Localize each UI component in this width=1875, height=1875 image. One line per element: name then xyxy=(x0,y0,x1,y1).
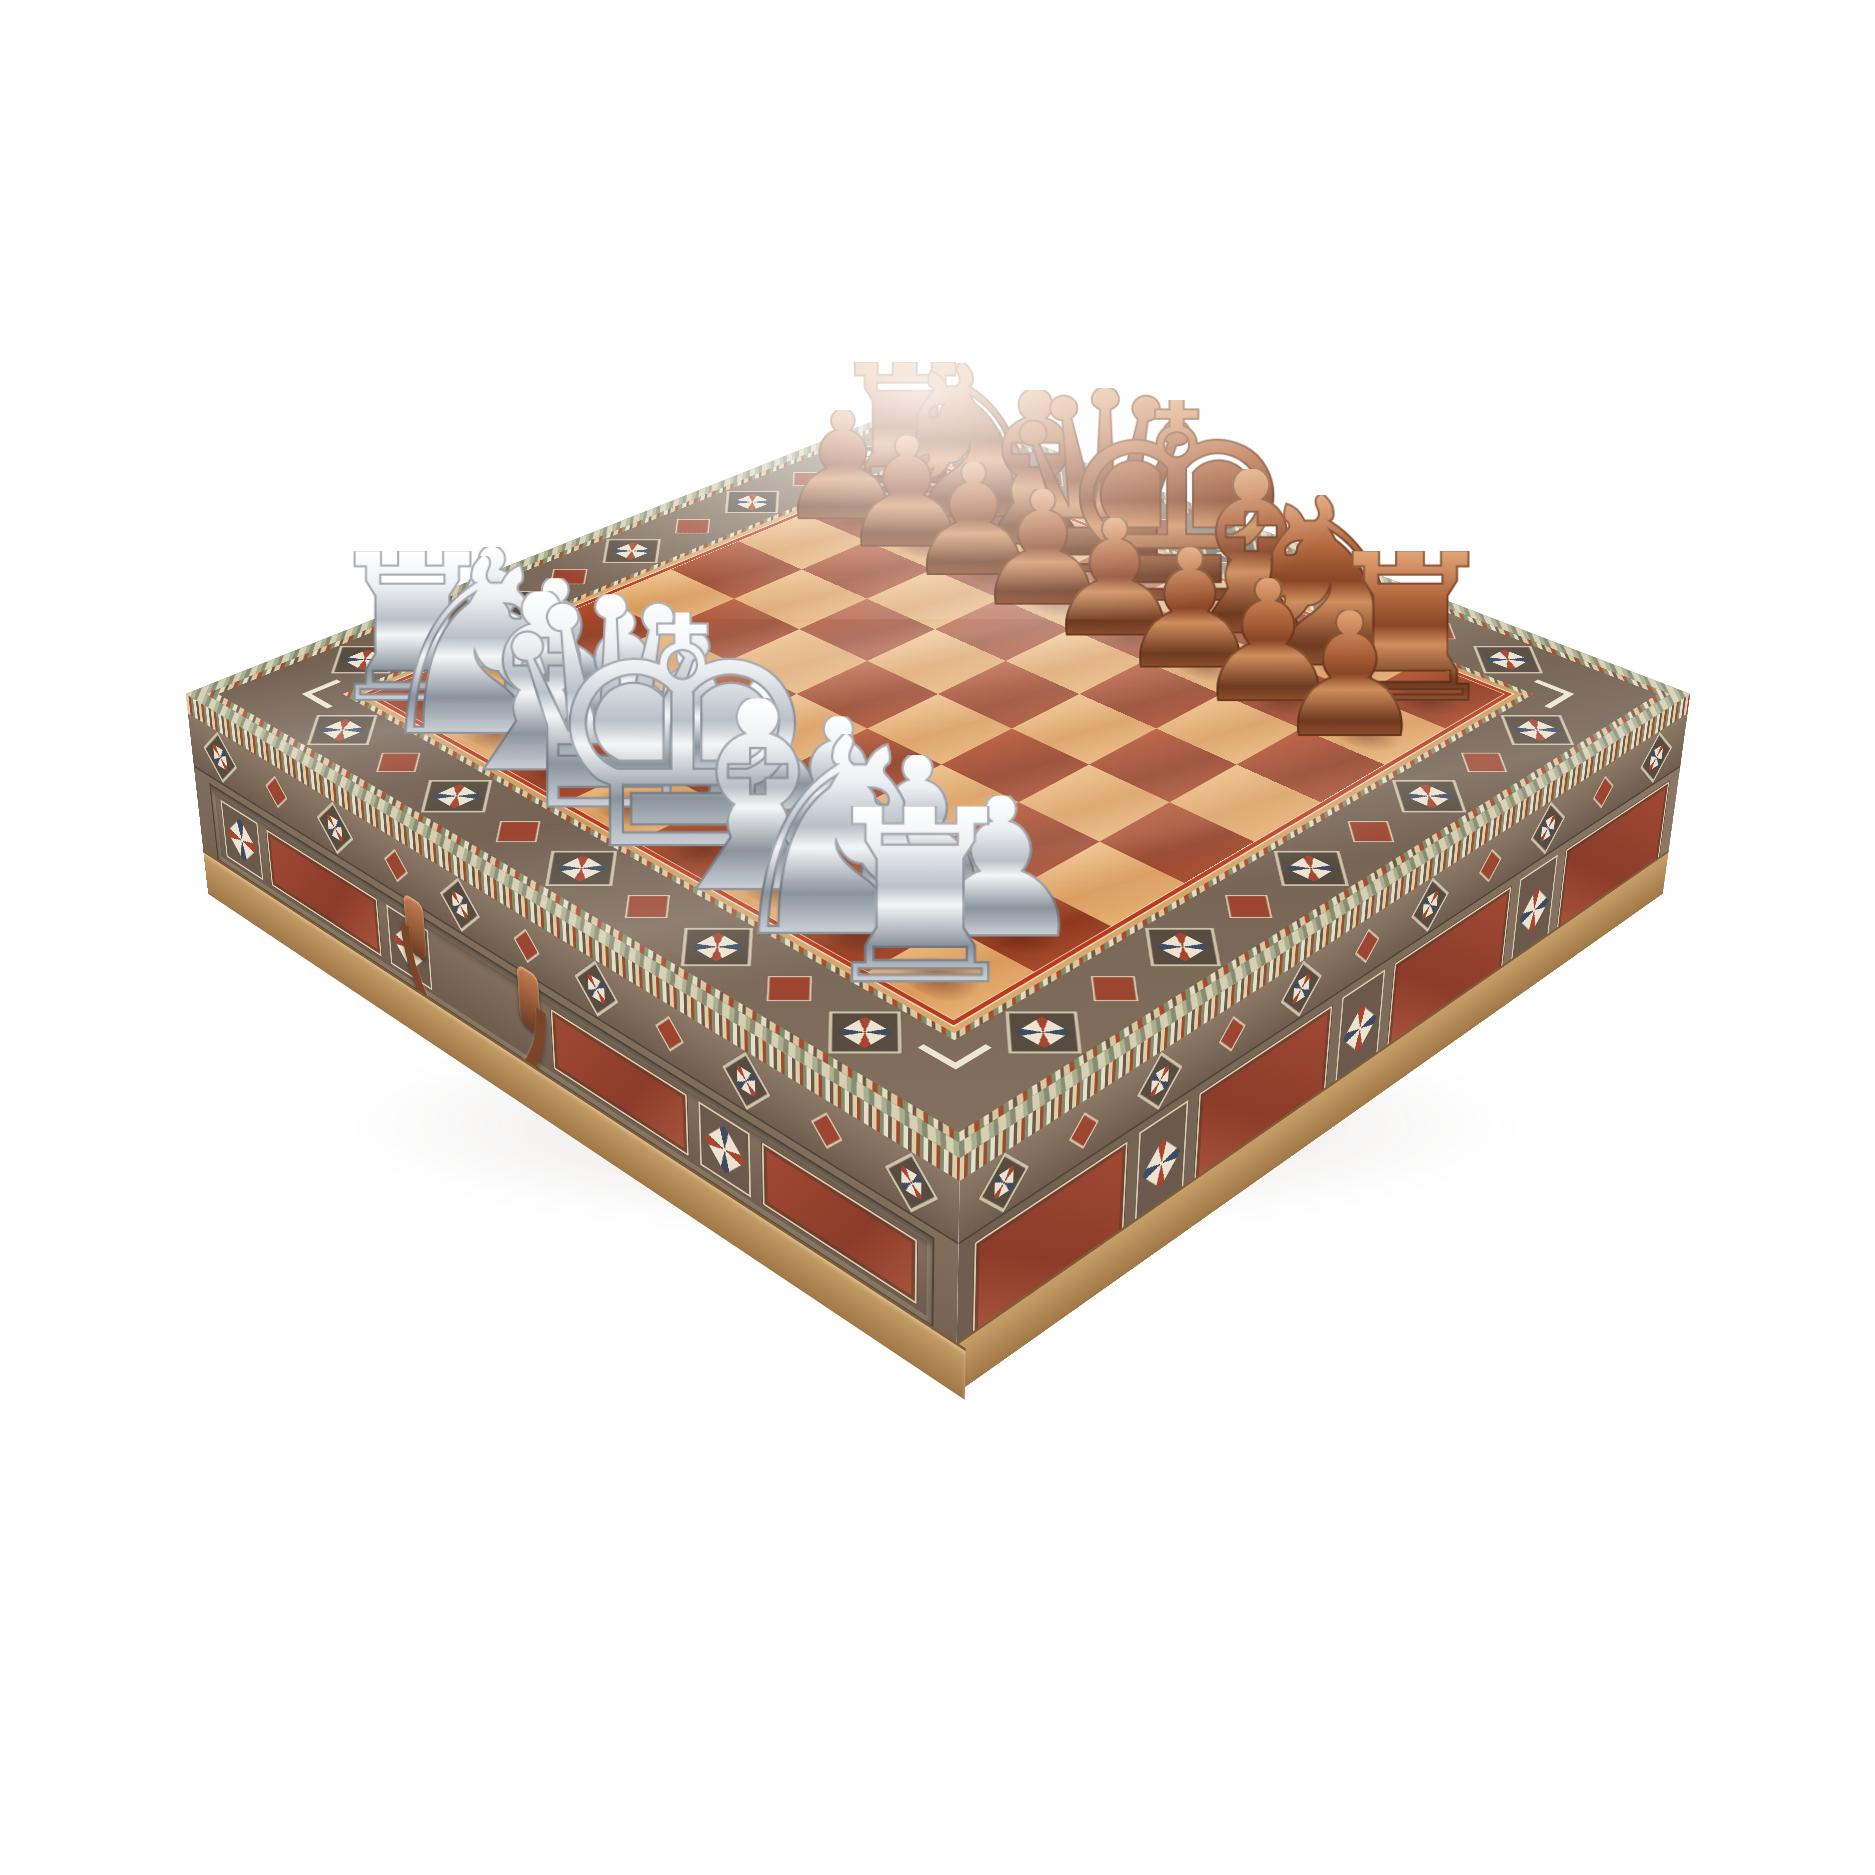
eight-point-star-icon xyxy=(736,1064,754,1097)
piece-white-rook-h1: ♜ xyxy=(811,805,1028,989)
red-diamond-inlay xyxy=(1354,928,1379,963)
red-diamond-inlay xyxy=(1068,1112,1098,1149)
eight-point-star-icon xyxy=(845,448,884,464)
piece-black-pawn-h7: ♟ xyxy=(1272,610,1427,742)
eight-point-star-icon xyxy=(1649,744,1663,771)
eight-point-star-icon xyxy=(212,744,227,771)
star-medallion-inlay xyxy=(724,491,779,513)
box-top: ♜♞♝♛♚♝♞♜♟♟♟♟♟♟♟♟♟♟♟♟♟♟♟♟♜♞♝♛♚♝♞♜ xyxy=(185,400,1690,1157)
eight-point-star-icon xyxy=(901,1165,921,1200)
eight-point-star-icon xyxy=(587,973,604,1004)
red-diamond-inlay xyxy=(1218,1016,1245,1052)
eight-point-star-icon xyxy=(227,818,256,862)
red-diamond-inlay xyxy=(1148,519,1185,534)
red-diamond-inlay xyxy=(265,775,287,808)
eight-point-star-icon xyxy=(1540,814,1555,842)
product-photo-chess-box: ♜♞♝♛♚♝♞♜♟♟♟♟♟♟♟♟♟♟♟♟♟♟♟♟♜♞♝♛♚♝♞♜ xyxy=(0,0,1875,1875)
star-medallion-inlay xyxy=(203,731,237,783)
eight-point-star-icon xyxy=(327,814,342,842)
red-diamond-inlay xyxy=(1592,775,1613,808)
red-diamond-inlay xyxy=(792,472,825,486)
red-diamond-inlay xyxy=(810,1112,842,1149)
eight-point-star-icon xyxy=(732,494,772,511)
red-diamond-inlay xyxy=(675,519,711,534)
scene-3d: ♜♞♝♛♚♝♞♜♟♟♟♟♟♟♟♟♟♟♟♟♟♟♟♟♜♞♝♛♚♝♞♜ xyxy=(0,0,1875,1875)
eight-point-star-icon xyxy=(1342,1005,1376,1052)
red-diamond-inlay xyxy=(384,849,408,883)
red-diamond-inlay xyxy=(655,1016,684,1052)
eight-point-star-icon xyxy=(1141,1139,1180,1188)
eight-point-star-icon xyxy=(1519,888,1549,933)
star-medallion-inlay xyxy=(962,446,1015,467)
red-diamond-inlay xyxy=(1029,472,1064,486)
eight-point-star-icon xyxy=(1150,1064,1168,1097)
eight-point-star-icon xyxy=(1422,890,1438,920)
eight-point-star-icon xyxy=(1292,973,1309,1004)
red-diamond-inlay xyxy=(513,928,539,963)
eight-point-star-icon xyxy=(994,1165,1013,1200)
star-medallion-inlay xyxy=(1077,491,1134,513)
eight-point-star-icon xyxy=(969,448,1008,464)
eight-point-star-icon xyxy=(451,890,467,920)
eight-point-star-icon xyxy=(704,1124,744,1173)
eight-point-star-icon xyxy=(1085,494,1125,511)
red-diamond-inlay xyxy=(1479,849,1502,883)
star-medallion-inlay xyxy=(838,446,889,467)
chess-box: ♜♞♝♛♚♝♞♜♟♟♟♟♟♟♟♟♟♟♟♟♟♟♟♟♜♞♝♛♚♝♞♜ xyxy=(185,400,1690,1157)
